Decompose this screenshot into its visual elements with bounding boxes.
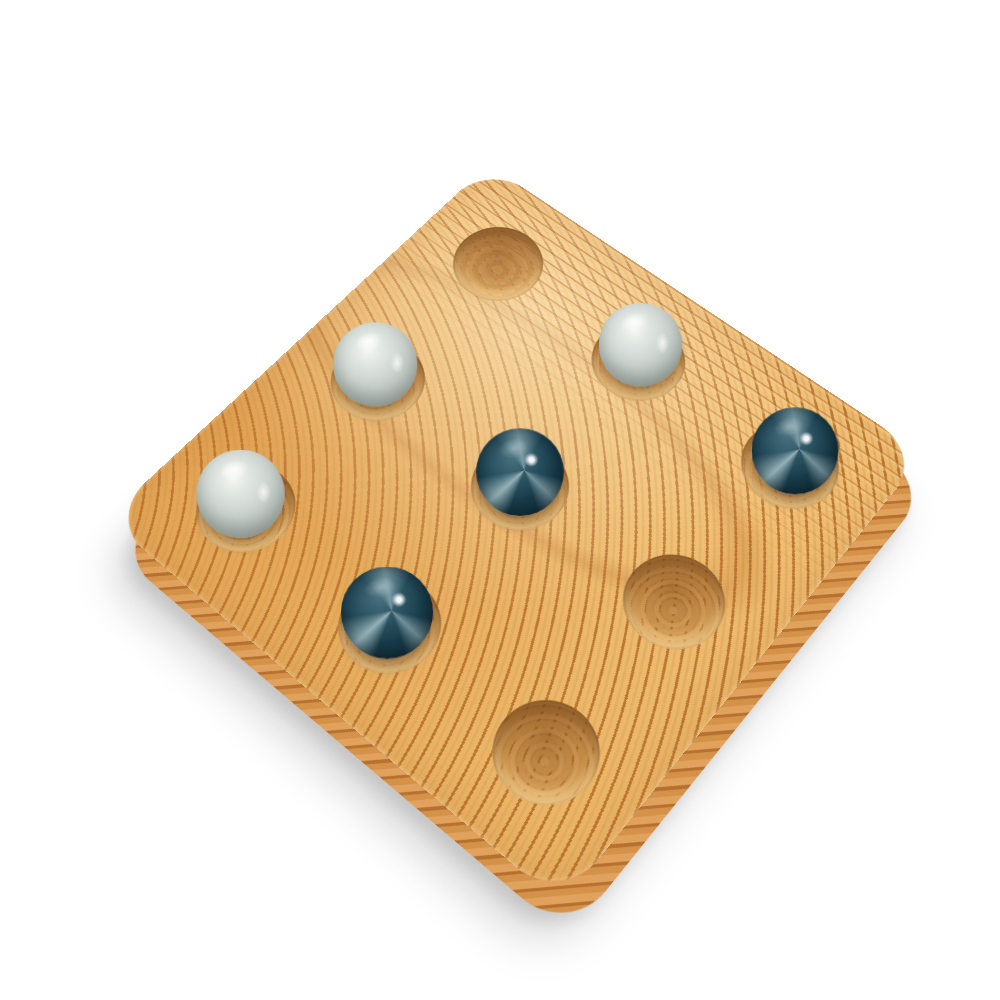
photo-scene xyxy=(0,0,1000,1000)
tictactoe-board xyxy=(107,165,924,906)
marble-white[interactable] xyxy=(333,322,417,406)
marble-white[interactable] xyxy=(599,303,683,387)
cup-hole xyxy=(603,536,746,670)
marble-dark[interactable] xyxy=(752,407,839,494)
marble-dark[interactable] xyxy=(476,428,564,516)
marble-white[interactable] xyxy=(196,450,284,538)
cup-hole xyxy=(470,680,621,828)
marble-dark[interactable] xyxy=(341,567,433,659)
cup-hole xyxy=(435,212,562,316)
